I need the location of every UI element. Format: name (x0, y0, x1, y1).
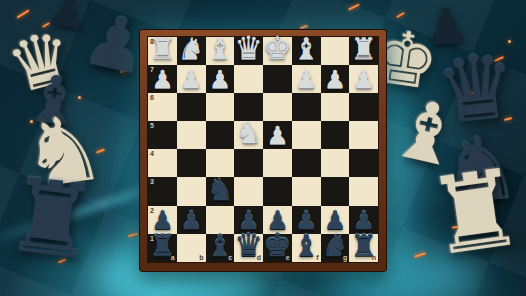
decor-black-pawn-far-left-icon: ♟ (47, 0, 91, 37)
square-g6[interactable] (321, 93, 350, 121)
square-d7[interactable] (234, 65, 263, 93)
decor-white-knight-left-icon: ♞ (16, 101, 110, 204)
decor-white-bishop-right-icon: ♝ (382, 85, 472, 181)
spark-particle (348, 3, 360, 10)
black-knight-c3[interactable]: ♞ (206, 175, 233, 205)
square-e7[interactable] (263, 65, 292, 93)
square-b3[interactable] (177, 177, 206, 205)
square-h8[interactable]: ♜ (349, 37, 378, 65)
white-bishop-c8[interactable]: ♝ (206, 34, 233, 64)
spark-particle (17, 9, 30, 18)
board-frame: 8♜♞♝♛♚♝♜7♟♟♟♟♟♟65♞♟43♞2♟♟♟♟♟♟♟1a♜bc♝d♛e♚… (139, 29, 387, 272)
black-bishop-f1[interactable]: ♝ (293, 231, 320, 261)
square-b4[interactable] (177, 149, 206, 177)
decor-black-queen-right-icon: ♛ (432, 40, 522, 138)
square-b1[interactable]: b (177, 234, 206, 262)
square-h1[interactable]: h♜ (349, 234, 378, 262)
square-f1[interactable]: f♝ (292, 234, 321, 262)
white-knight-d5[interactable]: ♞ (235, 118, 262, 148)
spark-particle (120, 69, 127, 74)
black-queen-d1[interactable]: ♛ (234, 229, 263, 261)
square-b5[interactable] (177, 121, 206, 149)
square-d1[interactable]: d♛ (234, 234, 263, 262)
square-e4[interactable] (263, 149, 292, 177)
square-g7[interactable]: ♟ (321, 65, 350, 93)
black-king-e1[interactable]: ♚ (263, 229, 292, 261)
square-e3[interactable] (263, 177, 292, 205)
white-rook-h8[interactable]: ♜ (350, 34, 377, 64)
square-h6[interactable] (349, 93, 378, 121)
decor-black-bishop-left-icon: ♝ (20, 65, 87, 138)
square-c5[interactable] (206, 121, 235, 149)
black-rook-h1[interactable]: ♜ (350, 231, 377, 261)
rank-label-4: 4 (150, 150, 154, 157)
square-c8[interactable]: ♝ (206, 37, 235, 65)
rank-label-3: 3 (150, 178, 154, 185)
white-pawn-f7[interactable]: ♟ (295, 67, 317, 92)
square-a1[interactable]: 1a♜ (148, 234, 177, 262)
square-g3[interactable] (321, 177, 350, 205)
square-g4[interactable] (321, 149, 350, 177)
chess-board[interactable]: 8♜♞♝♛♚♝♜7♟♟♟♟♟♟65♞♟43♞2♟♟♟♟♟♟♟1a♜bc♝d♛e♚… (148, 37, 378, 262)
decor-black-pawn-far-right-icon: ♟ (422, 0, 470, 53)
ember-particle (508, 40, 511, 43)
white-rook-a8[interactable]: ♜ (149, 34, 176, 64)
square-d3[interactable] (234, 177, 263, 205)
decor-white-rook-right-icon: ♜ (421, 154, 526, 272)
spark-particle (58, 259, 66, 264)
square-g5[interactable] (321, 121, 350, 149)
file-label-b: b (199, 254, 203, 261)
black-rook-a1[interactable]: ♜ (149, 231, 176, 261)
square-b7[interactable]: ♟ (177, 65, 206, 93)
black-knight-g1[interactable]: ♞ (321, 231, 348, 261)
black-pawn-b2[interactable]: ♟ (180, 208, 202, 233)
white-knight-b8[interactable]: ♞ (178, 34, 205, 64)
chess-app-screenshot: ♟ ♟ ♛ ♝ ♞ ♜ ♟ ♚ ♛ ♝ ♞ ♜ 8♜♞♝♛♚♝♜7♟♟♟♟♟♟6… (0, 0, 526, 296)
square-b2[interactable]: ♟ (177, 206, 206, 234)
square-c3[interactable]: ♞ (206, 177, 235, 205)
spark-particle (468, 90, 480, 96)
ember-particle (30, 120, 33, 123)
square-a3[interactable]: 3 (148, 177, 177, 205)
rank-label-6: 6 (150, 94, 154, 101)
square-b8[interactable]: ♞ (177, 37, 206, 65)
square-h4[interactable] (349, 149, 378, 177)
square-a7[interactable]: 7♟ (148, 65, 177, 93)
white-pawn-a7[interactable]: ♟ (151, 67, 173, 92)
square-g1[interactable]: g♞ (321, 234, 350, 262)
square-d8[interactable]: ♛ (234, 37, 263, 65)
white-pawn-b7[interactable]: ♟ (180, 67, 202, 92)
square-h7[interactable]: ♟ (349, 65, 378, 93)
square-e1[interactable]: e♚ (263, 234, 292, 262)
decor-black-rook-left-icon: ♜ (0, 163, 103, 275)
square-f4[interactable] (292, 149, 321, 177)
white-bishop-f8[interactable]: ♝ (293, 34, 320, 64)
square-f3[interactable] (292, 177, 321, 205)
square-a5[interactable]: 5 (148, 121, 177, 149)
spark-particle (504, 117, 512, 121)
square-c6[interactable] (206, 93, 235, 121)
square-f6[interactable] (292, 93, 321, 121)
square-d4[interactable] (234, 149, 263, 177)
spark-particle (42, 22, 50, 28)
square-e6[interactable] (263, 93, 292, 121)
square-a4[interactable]: 4 (148, 149, 177, 177)
spark-particle (128, 233, 138, 237)
square-a6[interactable]: 6 (148, 93, 177, 121)
spark-particle (494, 56, 504, 62)
square-f8[interactable]: ♝ (292, 37, 321, 65)
square-h5[interactable] (349, 121, 378, 149)
square-f5[interactable] (292, 121, 321, 149)
white-pawn-h7[interactable]: ♟ (352, 67, 374, 92)
white-pawn-e5[interactable]: ♟ (266, 123, 288, 148)
spark-particle (396, 12, 405, 18)
white-queen-d8[interactable]: ♛ (234, 32, 263, 64)
black-bishop-c1[interactable]: ♝ (206, 231, 233, 261)
square-c1[interactable]: c♝ (206, 234, 235, 262)
ember-particle (78, 96, 81, 99)
white-pawn-c7[interactable]: ♟ (209, 67, 231, 92)
spark-particle (414, 252, 426, 258)
square-h3[interactable] (349, 177, 378, 205)
square-c7[interactable]: ♟ (206, 65, 235, 93)
square-e8[interactable]: ♚ (263, 37, 292, 65)
square-a8[interactable]: 8♜ (148, 37, 177, 65)
square-e5[interactable]: ♟ (263, 121, 292, 149)
white-pawn-g7[interactable]: ♟ (324, 67, 346, 92)
square-d5[interactable]: ♞ (234, 121, 263, 149)
white-king-e8[interactable]: ♚ (263, 32, 292, 64)
spark-particle (452, 225, 461, 229)
spark-particle (96, 149, 105, 154)
square-g8[interactable] (321, 37, 350, 65)
square-b6[interactable] (177, 93, 206, 121)
rank-label-5: 5 (150, 122, 154, 129)
square-f7[interactable]: ♟ (292, 65, 321, 93)
decor-white-queen-left-icon: ♛ (0, 19, 80, 104)
decor-black-knight-right-icon: ♞ (439, 123, 524, 216)
